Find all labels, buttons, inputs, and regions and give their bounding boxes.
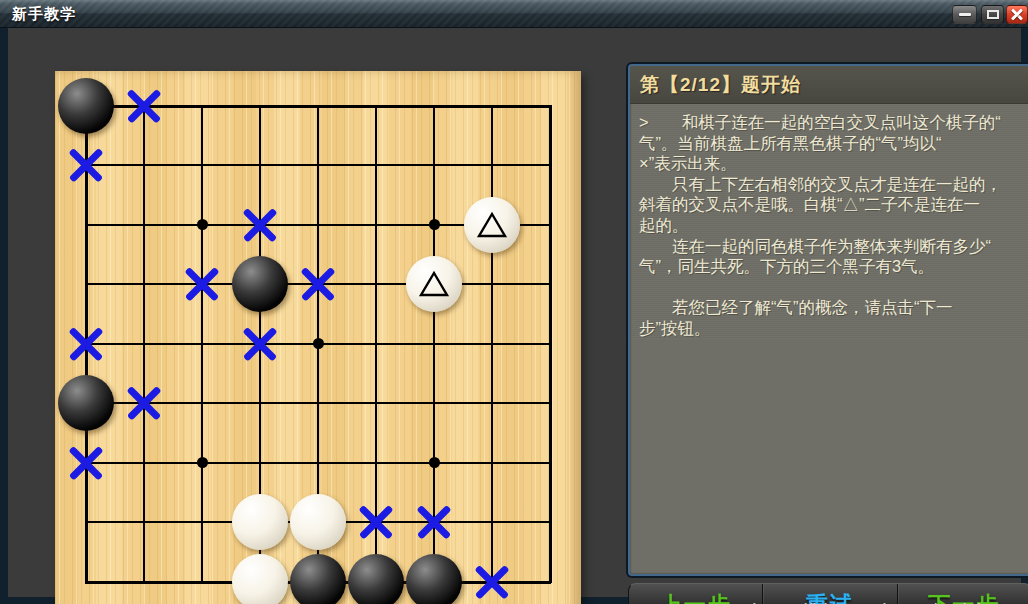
- white-stone: [290, 494, 346, 550]
- board-intersection[interactable]: [405, 552, 463, 604]
- board-intersection[interactable]: [57, 374, 115, 434]
- board-intersection[interactable]: [463, 552, 521, 604]
- board-intersection[interactable]: [231, 493, 289, 553]
- board-intersection[interactable]: [521, 374, 579, 434]
- liberty-x-icon: [128, 387, 160, 419]
- board-intersection[interactable]: [289, 552, 347, 604]
- liberty-x-icon: [302, 268, 334, 300]
- white-stone: [406, 256, 462, 312]
- board-intersection[interactable]: [405, 493, 463, 553]
- board-intersection[interactable]: [463, 136, 521, 196]
- window-title: 新手教学: [12, 5, 76, 24]
- white-stone: [464, 197, 520, 253]
- star-point: [197, 219, 208, 230]
- board-intersection[interactable]: [347, 552, 405, 604]
- star-point: [197, 457, 208, 468]
- liberty-x-icon: [70, 149, 102, 181]
- black-stone: [406, 554, 462, 604]
- liberty-x-icon: [186, 268, 218, 300]
- board-intersection[interactable]: [173, 76, 231, 136]
- board-intersection[interactable]: [231, 255, 289, 315]
- board-intersection[interactable]: [347, 314, 405, 374]
- board-intersection[interactable]: [347, 255, 405, 315]
- board-intersection[interactable]: [289, 76, 347, 136]
- board-intersection[interactable]: [463, 195, 521, 255]
- liberty-x-icon: [476, 566, 508, 598]
- board-intersection[interactable]: [347, 374, 405, 434]
- board-intersection[interactable]: [405, 255, 463, 315]
- board-intersection[interactable]: [521, 76, 579, 136]
- panel-title: 第【2/12】题开始: [640, 72, 801, 98]
- panel-header: 第【2/12】题开始: [630, 66, 1028, 104]
- board-intersection[interactable]: [115, 195, 173, 255]
- close-button[interactable]: [1006, 5, 1028, 24]
- content-area: 第【2/12】题开始 > 和棋子连在一起的空白交叉点叫这个棋子的“ 气”。当前棋…: [8, 28, 1021, 597]
- star-point: [313, 338, 324, 349]
- board-intersection[interactable]: [289, 195, 347, 255]
- board-intersection[interactable]: [289, 493, 347, 553]
- board-intersection[interactable]: [173, 374, 231, 434]
- board-intersection[interactable]: [173, 314, 231, 374]
- minimize-button[interactable]: [952, 5, 977, 24]
- board-intersection[interactable]: [347, 493, 405, 553]
- app-window: 新手教学 第【2/12】题开始 > 和棋子连在一起的空白交叉点叫这个棋子的“ 气…: [0, 0, 1028, 604]
- board-intersection[interactable]: [173, 255, 231, 315]
- board-intersection[interactable]: [347, 433, 405, 493]
- board-intersection[interactable]: [57, 195, 115, 255]
- board-intersection[interactable]: [463, 314, 521, 374]
- board-intersection[interactable]: [521, 552, 579, 604]
- maximize-icon: [987, 10, 999, 19]
- board-intersection[interactable]: [231, 433, 289, 493]
- board-intersection[interactable]: [521, 136, 579, 196]
- black-stone: [348, 554, 404, 604]
- board-intersection[interactable]: [521, 255, 579, 315]
- board-intersection[interactable]: [57, 552, 115, 604]
- board-intersection[interactable]: [405, 374, 463, 434]
- maximize-button[interactable]: [981, 5, 1004, 24]
- board-intersection[interactable]: [521, 314, 579, 374]
- board-intersection[interactable]: [463, 76, 521, 136]
- board-intersection[interactable]: [57, 255, 115, 315]
- board-intersection[interactable]: [405, 76, 463, 136]
- goban-board: [55, 71, 581, 604]
- tutorial-text: > 和棋子连在一起的空白交叉点叫这个棋子的“ 气”。当前棋盘上所有黑色棋子的“气…: [639, 112, 1027, 339]
- board-intersection[interactable]: [289, 314, 347, 374]
- triangle-mark-icon: [418, 270, 450, 298]
- board-intersection[interactable]: [115, 255, 173, 315]
- liberty-x-icon: [128, 90, 160, 122]
- board-intersection[interactable]: [115, 552, 173, 604]
- close-icon: [1010, 8, 1024, 22]
- board-intersection[interactable]: [173, 552, 231, 604]
- board-intersection[interactable]: [347, 195, 405, 255]
- white-stone: [232, 494, 288, 550]
- board-intersection[interactable]: [463, 433, 521, 493]
- board-intersection[interactable]: [173, 136, 231, 196]
- board-intersection[interactable]: [57, 433, 115, 493]
- board-intersection[interactable]: [289, 374, 347, 434]
- board-intersection[interactable]: [231, 314, 289, 374]
- black-stone: [290, 554, 346, 604]
- board-intersection[interactable]: [115, 314, 173, 374]
- black-stone: [58, 375, 114, 431]
- board-intersection[interactable]: [231, 76, 289, 136]
- board-intersection[interactable]: [115, 76, 173, 136]
- board-intersection[interactable]: [115, 433, 173, 493]
- board-intersection[interactable]: [231, 374, 289, 434]
- board-intersection[interactable]: [57, 76, 115, 136]
- prev-step-button[interactable]: 上一步: [629, 584, 762, 604]
- board-intersection[interactable]: [231, 136, 289, 196]
- liberty-x-icon: [360, 506, 392, 538]
- triangle-mark-icon: [476, 211, 508, 239]
- board-intersection[interactable]: [463, 374, 521, 434]
- board-intersection[interactable]: [521, 433, 579, 493]
- board-intersection[interactable]: [115, 493, 173, 553]
- liberty-x-icon: [244, 209, 276, 241]
- star-point: [429, 219, 440, 230]
- board-intersection[interactable]: [405, 433, 463, 493]
- board-intersection[interactable]: [405, 136, 463, 196]
- board-intersection[interactable]: [115, 374, 173, 434]
- board-intersection[interactable]: [173, 493, 231, 553]
- title-bar: 新手教学: [0, 0, 1028, 28]
- board-intersection[interactable]: [57, 136, 115, 196]
- board-intersection[interactable]: [289, 136, 347, 196]
- white-stone: [232, 554, 288, 604]
- board-intersection[interactable]: [289, 255, 347, 315]
- board-intersection[interactable]: [231, 195, 289, 255]
- board-intersection[interactable]: [521, 195, 579, 255]
- black-stone: [232, 256, 288, 312]
- board-intersection[interactable]: [405, 314, 463, 374]
- board-intersection[interactable]: [521, 493, 579, 553]
- board-intersection[interactable]: [463, 255, 521, 315]
- board-intersection[interactable]: [173, 195, 231, 255]
- liberty-x-icon: [70, 328, 102, 360]
- board-intersection[interactable]: [115, 136, 173, 196]
- board-intersection[interactable]: [173, 433, 231, 493]
- board-intersection[interactable]: [405, 195, 463, 255]
- watermark-text: https://blog.csdn.net/weixin_42466634: [752, 600, 1028, 604]
- board-intersection[interactable]: [57, 314, 115, 374]
- board-intersection[interactable]: [231, 552, 289, 604]
- minimize-icon: [959, 13, 971, 16]
- board-intersection[interactable]: [289, 433, 347, 493]
- tutorial-panel: 第【2/12】题开始 > 和棋子连在一起的空白交叉点叫这个棋子的“ 气”。当前棋…: [628, 64, 1028, 576]
- liberty-x-icon: [70, 447, 102, 479]
- liberty-x-icon: [244, 328, 276, 360]
- star-point: [429, 457, 440, 468]
- titlebar-texture: [0, 0, 1028, 27]
- black-stone: [58, 78, 114, 134]
- board-intersection[interactable]: [347, 76, 405, 136]
- board-intersection[interactable]: [463, 493, 521, 553]
- board-intersection[interactable]: [347, 136, 405, 196]
- board-intersection[interactable]: [57, 493, 115, 553]
- liberty-x-icon: [418, 506, 450, 538]
- board-grid: [57, 76, 579, 604]
- panel-body: > 和棋子连在一起的空白交叉点叫这个棋子的“ 气”。当前棋盘上所有黑色棋子的“气…: [630, 104, 1028, 339]
